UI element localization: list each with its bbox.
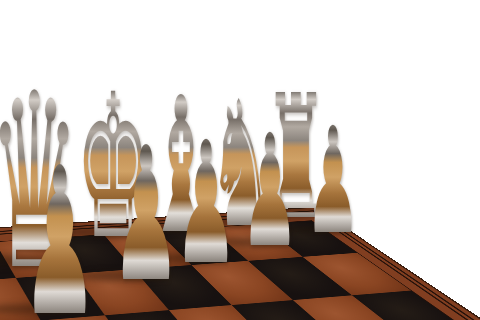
chess-set-photo: ♛♚♝♞♜♟♟♟♟♟ <box>0 0 480 320</box>
pieces-layer: ♛♚♝♞♜♟♟♟♟♟ <box>0 0 480 320</box>
pawn-glyph: ♟ <box>17 141 103 320</box>
chess-piece-pawn: ♟ <box>0 106 162 310</box>
